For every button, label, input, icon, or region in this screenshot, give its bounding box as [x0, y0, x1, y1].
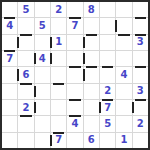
cell-r4c6[interactable]: [84, 51, 99, 66]
consecutive-bar-horizontal-r7c5: [69, 115, 80, 117]
cell-r9c3[interactable]: [35, 133, 50, 148]
cell-r3c4[interactable]: 1: [51, 35, 66, 50]
cell-r7c3[interactable]: [35, 100, 50, 115]
cell-r6c7[interactable]: 2: [100, 84, 115, 99]
cell-r7c9[interactable]: [133, 100, 148, 115]
consecutive-bar-horizontal-r3c1: [4, 50, 15, 52]
cell-r4c3[interactable]: 4: [35, 51, 50, 66]
cell-r1c1[interactable]: [2, 2, 17, 17]
cell-r3c9[interactable]: 3: [133, 35, 148, 50]
cell-r8c5[interactable]: 4: [67, 116, 82, 131]
cell-r2c5[interactable]: 7: [67, 18, 82, 33]
consecutive-bar-horizontal-r4c7: [102, 66, 113, 68]
cell-r5c5[interactable]: [67, 67, 82, 82]
cell-r1c8[interactable]: [116, 2, 131, 17]
consecutive-bar-vertical-r7c8: [132, 102, 134, 113]
cell-r8c6[interactable]: [84, 116, 99, 131]
cell-r1c9[interactable]: [133, 2, 148, 17]
cell-r7c5[interactable]: [67, 100, 82, 115]
cell-r3c1[interactable]: [2, 35, 17, 50]
consecutive-bar-horizontal-r6c9: [135, 99, 146, 101]
cell-r8c9[interactable]: 2: [133, 116, 148, 131]
cell-r9c2[interactable]: [18, 133, 33, 148]
consecutive-bar-vertical-r3c1: [17, 37, 19, 48]
cell-r3c7[interactable]: [100, 35, 115, 50]
cell-r1c7[interactable]: [100, 2, 115, 17]
cell-r3c8[interactable]: [116, 35, 131, 50]
consecutive-bar-horizontal-r5c2: [20, 83, 31, 85]
cell-r4c2[interactable]: [18, 51, 33, 66]
consecutive-bar-horizontal-r1c5: [69, 17, 80, 19]
cell-r4c8[interactable]: [116, 51, 131, 66]
cell-r5c9[interactable]: [133, 67, 148, 82]
consecutive-bar-vertical-r3c5: [83, 37, 85, 48]
cell-r6c1[interactable]: [2, 84, 17, 99]
cell-r2c9[interactable]: [133, 18, 148, 33]
cell-r4c4[interactable]: [51, 51, 66, 66]
cell-r1c6[interactable]: 8: [84, 2, 99, 17]
consecutive-bar-vertical-r7c2: [34, 102, 36, 113]
consecutive-bar-vertical-r4c2: [34, 53, 36, 64]
cell-r2c6[interactable]: [84, 18, 99, 33]
cell-r8c1[interactable]: [2, 116, 17, 131]
consecutive-bar-horizontal-r1c9: [135, 17, 146, 19]
consecutive-bar-vertical-r5c5: [83, 69, 85, 80]
consecutive-bar-horizontal-r4c6: [86, 66, 97, 68]
cell-r8c7[interactable]: 5: [100, 116, 115, 131]
cell-r3c5[interactable]: [67, 35, 82, 50]
cell-r9c4[interactable]: 7: [51, 133, 66, 148]
consecutive-bar-horizontal-r2c8: [118, 34, 129, 36]
cell-r1c5[interactable]: [67, 2, 82, 17]
cell-r4c9[interactable]: [133, 51, 148, 66]
cell-r2c2[interactable]: [18, 18, 33, 33]
cell-r7c7[interactable]: 7: [100, 100, 115, 115]
consecutive-bar-vertical-r6c2: [34, 86, 36, 97]
cell-r7c4[interactable]: [51, 100, 66, 115]
consecutive-bar-vertical-r2c7: [115, 20, 117, 31]
cell-r8c4[interactable]: [51, 116, 66, 131]
consecutive-bar-horizontal-r7c2: [20, 115, 31, 117]
cell-r6c3[interactable]: [35, 84, 50, 99]
consecutive-bar-horizontal-r6c5: [69, 99, 80, 101]
consecutive-bar-vertical-r4c3: [50, 53, 52, 64]
consecutive-bar-horizontal-r1c1: [4, 17, 15, 19]
cell-r7c1[interactable]: [2, 100, 17, 115]
cell-r3c3[interactable]: [35, 35, 50, 50]
cell-r6c6[interactable]: [84, 84, 99, 99]
cell-r5c3[interactable]: [35, 67, 50, 82]
consecutive-bar-horizontal-r2c2: [20, 34, 31, 36]
cell-r2c8[interactable]: [116, 18, 131, 33]
cell-r9c5[interactable]: [67, 133, 82, 148]
cell-r8c3[interactable]: [35, 116, 50, 131]
consecutive-bar-horizontal-r2c9: [135, 34, 146, 36]
cell-r5c6[interactable]: [84, 67, 99, 82]
cell-r8c8[interactable]: [116, 116, 131, 131]
consecutive-bar-vertical-r9c3: [50, 135, 52, 146]
cell-r3c6[interactable]: [84, 35, 99, 50]
cell-r9c1[interactable]: [2, 133, 17, 148]
consecutive-bar-horizontal-r8c4: [53, 132, 64, 134]
cell-r7c2[interactable]: 2: [18, 100, 33, 115]
consecutive-bar-vertical-r7c6: [99, 102, 101, 113]
cell-r3c2[interactable]: [18, 35, 33, 50]
cell-r5c1[interactable]: [2, 67, 17, 82]
consecutive-bar-vertical-r4c5: [83, 53, 85, 64]
cell-r6c9[interactable]: 3: [133, 84, 148, 99]
cell-r2c7[interactable]: [100, 18, 115, 33]
cell-r9c7[interactable]: [100, 133, 115, 148]
consecutive-bar-horizontal-r6c7: [102, 99, 113, 101]
cell-r7c6[interactable]: [84, 100, 99, 115]
cell-r1c2[interactable]: 5: [18, 2, 33, 17]
consecutive-bar-vertical-r5c1: [17, 69, 19, 80]
cell-r2c3[interactable]: 5: [35, 18, 50, 33]
cell-r5c7[interactable]: [100, 67, 115, 82]
cell-r5c4[interactable]: [51, 67, 66, 82]
cell-r5c8[interactable]: 4: [116, 67, 131, 82]
cell-r8c2[interactable]: [18, 116, 33, 131]
cell-r1c3[interactable]: [35, 2, 50, 17]
cell-r7c8[interactable]: [116, 100, 131, 115]
cell-r2c1[interactable]: 4: [2, 18, 17, 33]
cell-r6c5[interactable]: [67, 84, 82, 99]
cell-r9c8[interactable]: 1: [116, 133, 131, 148]
cell-r5c2[interactable]: 6: [18, 67, 33, 82]
consecutive-bar-horizontal-r4c9: [135, 66, 146, 68]
cell-r6c8[interactable]: [116, 84, 131, 99]
cell-r4c1[interactable]: 7: [2, 51, 17, 66]
cell-r1c4[interactable]: 2: [51, 2, 66, 17]
consecutive-bar-horizontal-r5c4: [53, 83, 64, 85]
consecutive-bar-horizontal-r2c6: [86, 34, 97, 36]
cell-r6c4[interactable]: [51, 84, 66, 99]
cell-r4c7[interactable]: [100, 51, 115, 66]
cell-r9c6[interactable]: 6: [84, 133, 99, 148]
cell-r6c2[interactable]: [18, 84, 33, 99]
cell-r4c5[interactable]: [67, 51, 82, 66]
puzzle-board: 5284571374642327452761: [0, 0, 150, 150]
consecutive-bar-vertical-r3c3: [50, 37, 52, 48]
cell-r9c9[interactable]: [133, 133, 148, 148]
cell-r2c4[interactable]: [51, 18, 66, 33]
consecutive-bar-horizontal-r4c5: [69, 66, 80, 68]
